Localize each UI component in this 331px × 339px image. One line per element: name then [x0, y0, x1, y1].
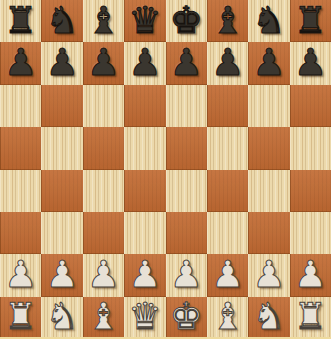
- piece-black-knight: ♞: [45, 2, 78, 39]
- square-g1[interactable]: ♞: [248, 297, 289, 339]
- piece-black-bishop: ♝: [87, 2, 120, 39]
- piece-white-pawn: ♟: [294, 256, 327, 293]
- square-d2[interactable]: ♟: [124, 254, 165, 296]
- square-f5[interactable]: [207, 127, 248, 169]
- piece-black-knight: ♞: [252, 2, 285, 39]
- square-b5[interactable]: [41, 127, 82, 169]
- square-a7[interactable]: ♟: [0, 42, 41, 84]
- piece-white-pawn: ♟: [45, 256, 78, 293]
- square-d5[interactable]: [124, 127, 165, 169]
- square-h2[interactable]: ♟: [290, 254, 331, 296]
- square-h1[interactable]: ♜: [290, 297, 331, 339]
- square-g6[interactable]: [248, 85, 289, 127]
- piece-white-bishop: ♝: [87, 298, 120, 335]
- piece-white-pawn: ♟: [252, 256, 285, 293]
- square-f2[interactable]: ♟: [207, 254, 248, 296]
- square-a1[interactable]: ♜: [0, 297, 41, 339]
- square-g5[interactable]: [248, 127, 289, 169]
- square-d6[interactable]: [124, 85, 165, 127]
- square-g2[interactable]: ♟: [248, 254, 289, 296]
- piece-white-king: ♚: [170, 298, 203, 335]
- piece-white-rook: ♜: [4, 298, 37, 335]
- square-e6[interactable]: [166, 85, 207, 127]
- square-e7[interactable]: ♟: [166, 42, 207, 84]
- square-b3[interactable]: [41, 212, 82, 254]
- piece-white-knight: ♞: [252, 298, 285, 335]
- chess-board: ♜♞♝♛♚♝♞♜♟♟♟♟♟♟♟♟♟♟♟♟♟♟♟♟♜♞♝♛♚♝♞♜: [0, 0, 331, 339]
- square-g8[interactable]: ♞: [248, 0, 289, 42]
- square-a6[interactable]: [0, 85, 41, 127]
- square-c5[interactable]: [83, 127, 124, 169]
- square-h3[interactable]: [290, 212, 331, 254]
- piece-black-pawn: ♟: [4, 44, 37, 81]
- piece-white-knight: ♞: [45, 298, 78, 335]
- square-d1[interactable]: ♛: [124, 297, 165, 339]
- square-c3[interactable]: [83, 212, 124, 254]
- square-a2[interactable]: ♟: [0, 254, 41, 296]
- square-d4[interactable]: [124, 170, 165, 212]
- piece-white-rook: ♜: [294, 298, 327, 335]
- piece-white-pawn: ♟: [211, 256, 244, 293]
- piece-black-king: ♚: [170, 2, 203, 39]
- piece-black-pawn: ♟: [170, 44, 203, 81]
- square-b1[interactable]: ♞: [41, 297, 82, 339]
- square-b8[interactable]: ♞: [41, 0, 82, 42]
- piece-black-pawn: ♟: [211, 44, 244, 81]
- square-e3[interactable]: [166, 212, 207, 254]
- square-a8[interactable]: ♜: [0, 0, 41, 42]
- piece-black-pawn: ♟: [128, 44, 161, 81]
- square-d8[interactable]: ♛: [124, 0, 165, 42]
- square-c2[interactable]: ♟: [83, 254, 124, 296]
- piece-black-rook: ♜: [4, 2, 37, 39]
- square-a3[interactable]: [0, 212, 41, 254]
- square-h5[interactable]: [290, 127, 331, 169]
- square-f4[interactable]: [207, 170, 248, 212]
- piece-white-pawn: ♟: [87, 256, 120, 293]
- square-h8[interactable]: ♜: [290, 0, 331, 42]
- square-g7[interactable]: ♟: [248, 42, 289, 84]
- chess-board-window: ♜♞♝♛♚♝♞♜♟♟♟♟♟♟♟♟♟♟♟♟♟♟♟♟♜♞♝♛♚♝♞♜: [0, 0, 331, 339]
- piece-black-pawn: ♟: [252, 44, 285, 81]
- square-h6[interactable]: [290, 85, 331, 127]
- square-g4[interactable]: [248, 170, 289, 212]
- piece-black-pawn: ♟: [45, 44, 78, 81]
- square-e2[interactable]: ♟: [166, 254, 207, 296]
- square-b2[interactable]: ♟: [41, 254, 82, 296]
- square-d7[interactable]: ♟: [124, 42, 165, 84]
- square-b6[interactable]: [41, 85, 82, 127]
- square-a4[interactable]: [0, 170, 41, 212]
- square-f3[interactable]: [207, 212, 248, 254]
- square-g3[interactable]: [248, 212, 289, 254]
- piece-black-pawn: ♟: [294, 44, 327, 81]
- piece-black-pawn: ♟: [87, 44, 120, 81]
- piece-black-bishop: ♝: [211, 2, 244, 39]
- square-c1[interactable]: ♝: [83, 297, 124, 339]
- square-f8[interactable]: ♝: [207, 0, 248, 42]
- piece-white-pawn: ♟: [128, 256, 161, 293]
- square-d3[interactable]: [124, 212, 165, 254]
- square-c7[interactable]: ♟: [83, 42, 124, 84]
- piece-black-rook: ♜: [294, 2, 327, 39]
- square-h7[interactable]: ♟: [290, 42, 331, 84]
- piece-black-queen: ♛: [128, 2, 161, 39]
- square-f7[interactable]: ♟: [207, 42, 248, 84]
- square-c4[interactable]: [83, 170, 124, 212]
- square-e8[interactable]: ♚: [166, 0, 207, 42]
- square-c6[interactable]: [83, 85, 124, 127]
- piece-white-pawn: ♟: [170, 256, 203, 293]
- square-a5[interactable]: [0, 127, 41, 169]
- piece-white-bishop: ♝: [211, 298, 244, 335]
- square-h4[interactable]: [290, 170, 331, 212]
- square-b4[interactable]: [41, 170, 82, 212]
- piece-white-pawn: ♟: [4, 256, 37, 293]
- square-b7[interactable]: ♟: [41, 42, 82, 84]
- piece-white-queen: ♛: [128, 298, 161, 335]
- square-c8[interactable]: ♝: [83, 0, 124, 42]
- square-e4[interactable]: [166, 170, 207, 212]
- square-e1[interactable]: ♚: [166, 297, 207, 339]
- square-f1[interactable]: ♝: [207, 297, 248, 339]
- square-f6[interactable]: [207, 85, 248, 127]
- square-e5[interactable]: [166, 127, 207, 169]
